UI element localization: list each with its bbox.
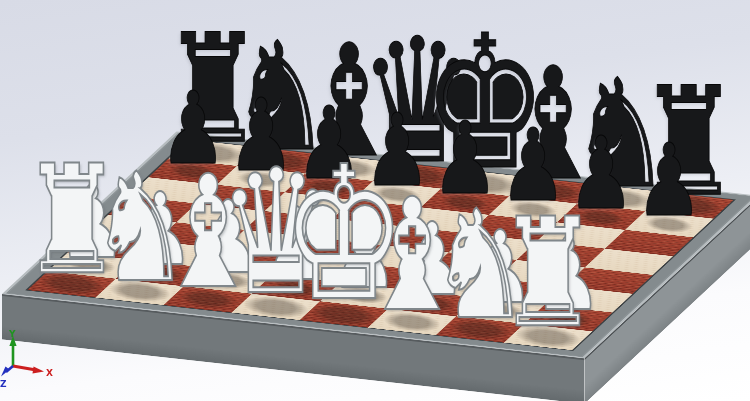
x-axis-label: X — [46, 368, 53, 378]
square-g2[interactable] — [456, 298, 544, 324]
x-axis-arrow — [13, 366, 36, 370]
cad-viewport[interactable]: ♜♞♝♛♚♝♞♜♟♟♟♟♟♟♟♟♟♟♟♟♟♟♟♟♜♞♝♛♚♝♞♜ Y X Z — [0, 0, 750, 401]
z-axis-label: Z — [0, 379, 7, 388]
x-axis-arrowhead — [33, 367, 45, 374]
origin-triad: Y X Z — [0, 328, 62, 388]
chess-board[interactable] — [2, 132, 750, 359]
y-axis-label: Y — [8, 329, 16, 339]
